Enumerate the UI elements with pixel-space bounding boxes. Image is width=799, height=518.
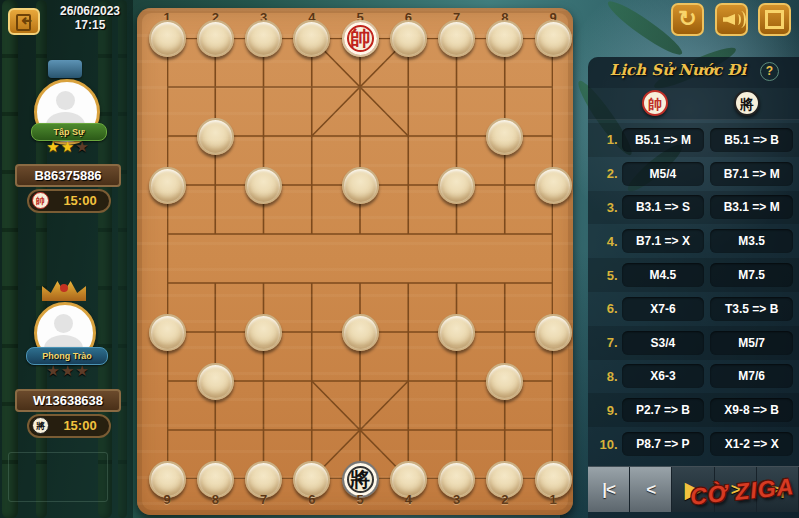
move-row: 10.P8.7 => PX1-2 => X <box>588 427 799 461</box>
black-clock-time: 15:00 <box>53 417 107 435</box>
board-coordinate: 9 <box>143 492 191 507</box>
black-move-cell[interactable]: X9-8 => B <box>710 398 793 422</box>
history-column-header: 帥 將 <box>588 88 799 120</box>
black-move-cell[interactable]: B3.1 => M <box>710 195 793 219</box>
xiangqi-board: 123456789 帥將 987654321 <box>137 8 573 515</box>
move-row: 4.B7.1 => XM3.5 <box>588 224 799 258</box>
red-move-cell[interactable]: X7-6 <box>622 297 705 321</box>
red-move-cell[interactable]: M5/4 <box>622 162 705 186</box>
time-label: 17:15 <box>46 18 134 32</box>
move-row: 1.B5.1 => MB5.1 => B <box>588 123 799 157</box>
star-filled-icon: ★ <box>61 138 75 155</box>
red-move-cell[interactable]: X6-3 <box>622 364 705 388</box>
black-player-stars: ★★★ <box>30 363 106 379</box>
star-empty-icon: ★ <box>75 362 89 379</box>
move-number: 7. <box>590 335 618 350</box>
hidden-piece[interactable] <box>342 167 379 204</box>
hidden-piece[interactable] <box>245 20 282 57</box>
hidden-piece[interactable] <box>486 20 523 57</box>
move-number: 3. <box>590 200 618 215</box>
hidden-piece[interactable] <box>390 20 427 57</box>
crown-gem-decoration <box>60 284 68 292</box>
red-clock-time: 15:00 <box>53 192 107 210</box>
black-move-cell[interactable]: M7/6 <box>710 364 793 388</box>
move-row: 8.X6-3M7/6 <box>588 360 799 394</box>
red-move-cell[interactable]: B3.1 => S <box>622 195 705 219</box>
fullscreen-button[interactable] <box>758 3 791 36</box>
hidden-piece[interactable] <box>149 167 186 204</box>
red-move-cell[interactable]: B5.1 => M <box>622 128 705 152</box>
move-row: 5.M4.5M7.5 <box>588 258 799 292</box>
move-number: 10. <box>590 437 618 452</box>
date-time: 26/06/2023 17:15 <box>46 4 134 32</box>
game-screen: ➜ 26/06/2023 17:15 Tập Sự ★★★ B86375886 … <box>0 0 799 518</box>
board-coordinate: 8 <box>191 492 239 507</box>
star-empty-icon: ★ <box>61 362 75 379</box>
hidden-piece[interactable] <box>293 20 330 57</box>
hidden-piece[interactable] <box>197 118 234 155</box>
avatar-silhouette-icon <box>56 91 75 110</box>
red-player-clock: 帥 15:00 <box>27 189 111 213</box>
red-general-piece[interactable]: 帥 <box>342 20 379 57</box>
star-empty-icon: ★ <box>75 138 89 155</box>
red-move-cell[interactable]: B7.1 => X <box>622 229 705 253</box>
black-move-cell[interactable]: X1-2 => X <box>710 432 793 456</box>
board-coordinate: 5 <box>336 492 384 507</box>
black-column-piece-icon: 將 <box>734 90 760 116</box>
move-number: 1. <box>590 132 618 147</box>
hidden-piece[interactable] <box>149 20 186 57</box>
board-coordinate: 2 <box>481 492 529 507</box>
star-empty-icon: ★ <box>46 362 60 379</box>
black-general-mini-icon: 將 <box>32 417 49 434</box>
move-number: 8. <box>590 369 618 384</box>
hidden-piece[interactable] <box>486 118 523 155</box>
red-move-cell[interactable]: P8.7 => P <box>622 432 705 456</box>
hidden-piece[interactable] <box>535 20 572 57</box>
red-move-cell[interactable]: M4.5 <box>622 263 705 287</box>
red-move-cell[interactable]: S3/4 <box>622 331 705 355</box>
move-row: 6.X7-6T3.5 => B <box>588 292 799 326</box>
star-filled-icon: ★ <box>46 138 60 155</box>
hidden-piece[interactable] <box>245 314 282 351</box>
board-bottom-coordinates: 987654321 <box>143 492 577 507</box>
exit-arrow-icon: ➜ <box>21 13 32 28</box>
black-player-clock: 將 15:00 <box>27 414 111 438</box>
hidden-piece[interactable] <box>535 314 572 351</box>
move-row: 9.P2.7 => BX9-8 => B <box>588 393 799 427</box>
rotate-icon: ↻ <box>678 6 696 31</box>
hidden-piece[interactable] <box>197 20 234 57</box>
hidden-piece[interactable] <box>438 314 475 351</box>
black-move-cell[interactable]: M5/7 <box>710 331 793 355</box>
black-move-cell[interactable]: B7.1 => M <box>710 162 793 186</box>
sound-button[interactable] <box>715 3 748 36</box>
move-list: 1.B5.1 => MB5.1 => B2.M5/4B7.1 => M3.B3.… <box>588 123 799 461</box>
hidden-piece[interactable] <box>438 167 475 204</box>
board-coordinate: 3 <box>432 492 480 507</box>
pieces-grid: 帥將 <box>143 14 577 504</box>
previous-move-button[interactable]: < <box>630 467 672 512</box>
board-coordinate: 7 <box>239 492 287 507</box>
black-move-cell[interactable]: M7.5 <box>710 263 793 287</box>
board-coordinate: 1 <box>529 492 577 507</box>
move-number: 6. <box>590 301 618 316</box>
hidden-piece[interactable] <box>438 20 475 57</box>
black-move-cell[interactable]: B5.1 => B <box>710 128 793 152</box>
avatar-silhouette-icon <box>54 314 73 333</box>
hidden-piece[interactable] <box>535 167 572 204</box>
move-history-panel: Lịch Sử Nước Đi ? 帥 將 1.B5.1 => MB5.1 =>… <box>588 57 799 518</box>
red-move-cell[interactable]: P2.7 => B <box>622 398 705 422</box>
red-general-mini-icon: 帥 <box>32 192 49 209</box>
hidden-piece[interactable] <box>197 363 234 400</box>
black-move-cell[interactable]: M3.5 <box>710 229 793 253</box>
history-header: Lịch Sử Nước Đi ? <box>588 57 799 88</box>
red-player-stars: ★★★ <box>30 139 106 155</box>
move-row: 3.B3.1 => SB3.1 => M <box>588 191 799 225</box>
move-number: 2. <box>590 166 618 181</box>
black-player-name: W13638638 <box>15 389 121 412</box>
history-title: Lịch Sử Nước Đi <box>598 61 758 79</box>
black-move-cell[interactable]: T3.5 => B <box>710 297 793 321</box>
move-number: 5. <box>590 268 618 283</box>
rotate-board-button[interactable]: ↻ <box>671 3 704 36</box>
red-player-ribbon-decoration <box>48 60 82 78</box>
hidden-piece[interactable] <box>342 314 379 351</box>
help-button[interactable]: ? <box>760 62 779 81</box>
hidden-piece[interactable] <box>245 167 282 204</box>
red-player-name: B86375886 <box>15 164 121 187</box>
first-move-button[interactable]: |< <box>588 467 630 512</box>
date-label: 26/06/2023 <box>46 4 134 18</box>
board-coordinate: 4 <box>384 492 432 507</box>
exit-button[interactable]: ➜ <box>8 8 40 35</box>
red-column-piece-icon: 帥 <box>642 90 668 116</box>
move-row: 7.S3/4M5/7 <box>588 326 799 360</box>
sidebar-empty-panel <box>8 452 108 502</box>
move-number: 4. <box>590 234 618 249</box>
hidden-piece[interactable] <box>486 363 523 400</box>
move-row: 2.M5/4B7.1 => M <box>588 157 799 191</box>
move-number: 9. <box>590 403 618 418</box>
board-coordinate: 6 <box>288 492 336 507</box>
hidden-piece[interactable] <box>149 314 186 351</box>
